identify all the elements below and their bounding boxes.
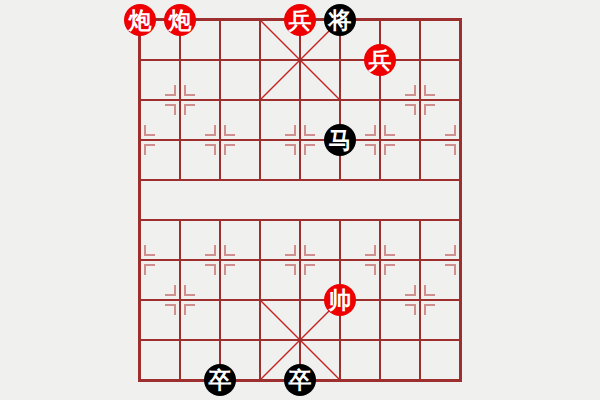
position-marker	[205, 144, 216, 155]
grid-vline-file-2-bottom	[219, 219, 221, 381]
piece-black-horse[interactable]: 马	[324, 124, 356, 156]
position-marker	[184, 104, 195, 115]
position-marker	[184, 304, 195, 315]
piece-black-soldier[interactable]: 卒	[284, 364, 316, 396]
position-marker	[224, 125, 235, 136]
piece-red-cannon[interactable]: 炮	[164, 4, 196, 36]
position-marker	[424, 85, 435, 96]
position-marker	[405, 304, 416, 315]
position-marker	[205, 125, 216, 136]
position-marker	[405, 285, 416, 296]
position-marker	[445, 144, 456, 155]
position-marker	[365, 125, 376, 136]
grid-vline-file-6-bottom	[379, 219, 381, 381]
position-marker	[144, 245, 155, 256]
grid-vline-file-2-top	[219, 19, 221, 181]
position-marker	[424, 285, 435, 296]
grid-vline-file-7-bottom	[419, 219, 421, 381]
position-marker	[285, 264, 296, 275]
grid-vline-file-3-top	[259, 19, 261, 181]
position-marker	[165, 285, 176, 296]
piece-red-general[interactable]: 帅	[324, 284, 356, 316]
position-marker	[165, 304, 176, 315]
position-marker	[304, 125, 315, 136]
grid-vline-file-4-top	[299, 19, 301, 181]
position-marker	[445, 264, 456, 275]
xiangqi-board: 炮炮兵将兵马帅卒卒	[0, 0, 600, 400]
position-marker	[445, 245, 456, 256]
position-marker	[224, 144, 235, 155]
position-marker	[285, 144, 296, 155]
position-marker	[165, 104, 176, 115]
position-marker	[184, 85, 195, 96]
position-marker	[365, 245, 376, 256]
grid-vline-file-1-top	[179, 19, 181, 181]
position-marker	[144, 125, 155, 136]
position-marker	[304, 264, 315, 275]
piece-red-soldier[interactable]: 兵	[364, 44, 396, 76]
position-marker	[144, 264, 155, 275]
position-marker	[224, 264, 235, 275]
position-marker	[424, 104, 435, 115]
position-marker	[304, 245, 315, 256]
position-marker	[184, 285, 195, 296]
grid-vline-file-7-top	[419, 19, 421, 181]
grid-vline-file-4-bottom	[299, 219, 301, 381]
grid-vline-file-5-top	[339, 19, 341, 181]
position-marker	[365, 264, 376, 275]
position-marker	[384, 264, 395, 275]
grid-vline-file-3-bottom	[259, 219, 261, 381]
position-marker	[144, 144, 155, 155]
position-marker	[224, 245, 235, 256]
position-marker	[165, 85, 176, 96]
position-marker	[405, 104, 416, 115]
position-marker	[405, 85, 416, 96]
position-marker	[205, 245, 216, 256]
piece-red-soldier[interactable]: 兵	[284, 4, 316, 36]
position-marker	[285, 125, 296, 136]
piece-black-general[interactable]: 将	[324, 4, 356, 36]
position-marker	[384, 144, 395, 155]
piece-red-cannon[interactable]: 炮	[124, 4, 156, 36]
position-marker	[384, 245, 395, 256]
piece-black-soldier[interactable]: 卒	[204, 364, 236, 396]
position-marker	[365, 144, 376, 155]
position-marker	[285, 245, 296, 256]
position-marker	[205, 264, 216, 275]
grid-vline-file-1-bottom	[179, 219, 181, 381]
position-marker	[304, 144, 315, 155]
position-marker	[384, 125, 395, 136]
position-marker	[445, 125, 456, 136]
position-marker	[424, 304, 435, 315]
